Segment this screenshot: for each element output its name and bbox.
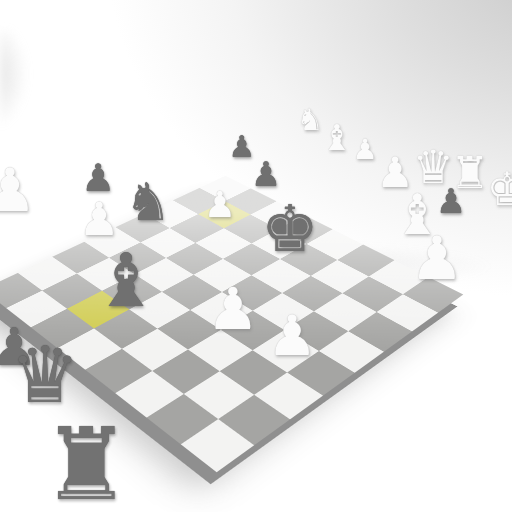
piece-white-king-a4[interactable]: ♚	[486, 166, 512, 212]
piece-black-king-d5[interactable]: ♚	[261, 197, 318, 261]
chess-scene: ♝♞♟♟♟♚♟♟♟♟♟♝♟♛♜♚♟♟♞♝♟♟♛♜	[0, 0, 512, 512]
piece-white-pawn-c3[interactable]: ♟	[410, 228, 464, 288]
piece-white-queen-b5[interactable]: ♛	[412, 144, 453, 190]
captured-white-bishop: ♝	[321, 120, 353, 156]
board-area: ♝♞♟♟♟♚♟♟♟♟♟♝♟♛♜♚♟♟♞♝♟♟♛♜	[0, 0, 512, 512]
captured-black-rook: ♜	[41, 415, 131, 512]
captured-white-knight: ♞	[297, 105, 324, 135]
piece-white-pawn-e3[interactable]: ♟	[267, 308, 317, 364]
piece-white-pawn-a6[interactable]: ♟	[376, 152, 414, 194]
captured-white-pawn: ♟	[352, 136, 377, 164]
piece-white-rook-a5[interactable]: ♜	[450, 151, 489, 195]
captured-white-pawn: ♟	[0, 160, 37, 220]
captured-black-queen: ♛	[10, 336, 80, 414]
piece-white-pawn-f4[interactable]: ♟	[207, 280, 259, 338]
piece-black-knight-e7[interactable]: ♞	[125, 176, 172, 228]
piece-black-pawn-d6[interactable]: ♟	[251, 157, 281, 191]
piece-white-pawn-e6[interactable]: ♟	[204, 187, 236, 223]
piece-white-pawn-f6[interactable]: ♟	[78, 196, 119, 242]
piece-black-bishop-g6[interactable]: ♝	[93, 243, 159, 317]
